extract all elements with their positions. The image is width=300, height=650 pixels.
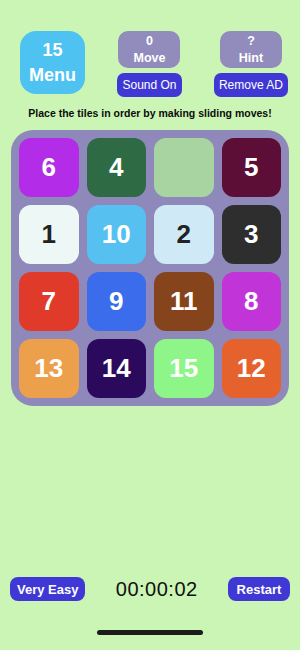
sound-toggle-label: Sound On [122,78,176,92]
restart-button[interactable]: Restart [228,577,290,601]
instruction-text: Place the tiles in order by making slidi… [0,107,300,119]
move-count-value: 0 [146,33,153,50]
tile-11[interactable]: 11 [154,272,214,331]
header: 15 Menu 0 Move Sound On ? Hint Remove AD [0,0,300,97]
home-indicator [97,630,203,635]
tile-6[interactable]: 6 [19,138,79,197]
tile-10[interactable]: 10 [87,205,147,264]
tile-14[interactable]: 14 [87,339,147,398]
menu-button-number: 15 [42,38,62,62]
remove-ad-label: Remove AD [219,78,283,92]
timer-display: 00:00:02 [116,578,198,601]
move-column: 0 Move Sound On [117,31,181,97]
difficulty-label: Very Easy [17,582,78,597]
restart-label: Restart [237,582,282,597]
tile-12[interactable]: 12 [222,339,282,398]
puzzle-board: 645110237911813141512 [11,130,289,406]
remove-ad-button[interactable]: Remove AD [214,73,288,97]
move-count-label: Move [133,50,165,67]
hint-button[interactable]: ? Hint [220,31,282,68]
tile-8[interactable]: 8 [222,272,282,331]
empty-cell [154,138,214,197]
tile-9[interactable]: 9 [87,272,147,331]
app-screen: 15 Menu 0 Move Sound On ? Hint Remove AD… [0,0,300,650]
hint-label: Hint [239,50,263,67]
tile-13[interactable]: 13 [19,339,79,398]
menu-button-label: Menu [29,63,76,87]
tile-3[interactable]: 3 [222,205,282,264]
tile-15[interactable]: 15 [154,339,214,398]
tile-1[interactable]: 1 [19,205,79,264]
menu-button[interactable]: 15 Menu [20,31,85,94]
footer: Very Easy 00:00:02 Restart [0,577,300,601]
tile-4[interactable]: 4 [87,138,147,197]
hint-column: ? Hint Remove AD [214,31,288,97]
tile-5[interactable]: 5 [222,138,282,197]
move-counter: 0 Move [118,31,180,68]
tile-2[interactable]: 2 [154,205,214,264]
tile-7[interactable]: 7 [19,272,79,331]
sound-toggle-button[interactable]: Sound On [117,73,181,97]
hint-symbol: ? [247,33,255,50]
difficulty-button[interactable]: Very Easy [10,577,85,601]
